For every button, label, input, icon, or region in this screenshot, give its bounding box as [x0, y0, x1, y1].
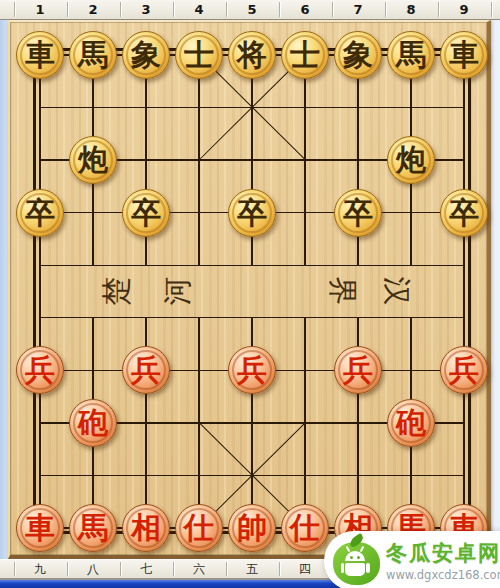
file-label-bottom: 七 [126, 560, 166, 578]
piece-red-chariot[interactable]: 車 [16, 504, 64, 552]
piece-black-cannon[interactable]: 炮 [387, 136, 435, 184]
footer-separator [279, 562, 280, 576]
piece-black-elephant[interactable]: 象 [334, 31, 382, 79]
piece-character: 仕 [184, 505, 214, 551]
header-separator [332, 2, 333, 17]
header-separator [67, 2, 68, 17]
header-separator [491, 2, 492, 17]
river-text-jie: 界 [324, 272, 362, 310]
watermark-url: www.dgxcdz168.com [386, 568, 500, 582]
footer-separator [173, 562, 174, 576]
watermark: 冬瓜安卓网 www.dgxcdz168.com [324, 531, 500, 588]
piece-character: 士 [290, 32, 320, 78]
file-label-top: 7 [338, 0, 378, 19]
footer-separator [14, 562, 15, 576]
file-label-top: 8 [391, 0, 431, 19]
piece-character: 士 [184, 32, 214, 78]
piece-red-advisor[interactable]: 仕 [175, 504, 223, 552]
file-label-bottom: 五 [232, 560, 272, 578]
piece-character: 車 [25, 505, 55, 551]
file-label-top: 5 [232, 0, 272, 19]
piece-character: 兵 [343, 347, 373, 393]
piece-character: 兵 [449, 347, 479, 393]
piece-red-soldier[interactable]: 兵 [334, 346, 382, 394]
footer-separator [226, 562, 227, 576]
piece-character: 砲 [78, 400, 108, 446]
header-separator [120, 2, 121, 17]
robot-eye-right [357, 556, 360, 559]
piece-black-general[interactable]: 将 [228, 31, 276, 79]
file-label-bottom: 八 [73, 560, 113, 578]
piece-character: 卒 [25, 190, 55, 236]
file-label-top: 3 [126, 0, 166, 19]
android-robot-icon [331, 537, 383, 587]
piece-black-soldier[interactable]: 卒 [16, 189, 64, 237]
river-text-han: 汉 [378, 272, 416, 310]
piece-character: 砲 [396, 400, 426, 446]
piece-red-soldier[interactable]: 兵 [228, 346, 276, 394]
piece-character: 象 [131, 32, 161, 78]
xiangqi-app-window: 123456789 九八七六五四三二一 楚 河 界 汉 車馬象士将士象馬車炮炮卒… [0, 0, 500, 588]
grid-line [39, 55, 40, 528]
file-label-top: 1 [20, 0, 60, 19]
piece-red-advisor[interactable]: 仕 [281, 504, 329, 552]
piece-character: 卒 [343, 190, 373, 236]
piece-character: 馬 [78, 505, 108, 551]
header-separator [385, 2, 386, 17]
header-separator [279, 2, 280, 17]
piece-red-horse[interactable]: 馬 [69, 504, 117, 552]
piece-character: 兵 [237, 347, 267, 393]
piece-red-soldier[interactable]: 兵 [16, 346, 64, 394]
piece-black-chariot[interactable]: 車 [16, 31, 64, 79]
piece-black-soldier[interactable]: 卒 [440, 189, 488, 237]
piece-red-soldier[interactable]: 兵 [440, 346, 488, 394]
file-label-top: 4 [179, 0, 219, 19]
file-label-bottom: 四 [285, 560, 325, 578]
piece-character: 相 [131, 505, 161, 551]
file-label-top: 6 [285, 0, 325, 19]
piece-character: 炮 [396, 137, 426, 183]
piece-character: 炮 [78, 137, 108, 183]
piece-character: 仕 [290, 505, 320, 551]
watermark-site-name: 冬瓜安卓网 [386, 539, 500, 567]
piece-black-soldier[interactable]: 卒 [228, 189, 276, 237]
header-separator [14, 2, 15, 17]
piece-red-soldier[interactable]: 兵 [122, 346, 170, 394]
piece-character: 馬 [78, 32, 108, 78]
footer-separator [67, 562, 68, 576]
piece-black-horse[interactable]: 馬 [387, 31, 435, 79]
file-numbers-header: 123456789 [0, 0, 500, 20]
robot-body [345, 563, 365, 576]
file-label-bottom: 六 [179, 560, 219, 578]
piece-black-soldier[interactable]: 卒 [122, 189, 170, 237]
river-text-chu: 楚 [97, 272, 135, 310]
piece-character: 卒 [449, 190, 479, 236]
file-label-bottom: 九 [20, 560, 60, 578]
footer-separator [120, 562, 121, 576]
piece-black-advisor[interactable]: 士 [281, 31, 329, 79]
piece-black-cannon[interactable]: 炮 [69, 136, 117, 184]
piece-black-advisor[interactable]: 士 [175, 31, 223, 79]
piece-black-chariot[interactable]: 車 [440, 31, 488, 79]
piece-character: 兵 [25, 347, 55, 393]
piece-black-horse[interactable]: 馬 [69, 31, 117, 79]
piece-character: 兵 [131, 347, 161, 393]
grid-line [463, 55, 464, 528]
piece-red-elephant[interactable]: 相 [122, 504, 170, 552]
river-text-he: 河 [158, 272, 196, 310]
piece-black-soldier[interactable]: 卒 [334, 189, 382, 237]
header-separator [438, 2, 439, 17]
piece-character: 象 [343, 32, 373, 78]
piece-character: 卒 [237, 190, 267, 236]
file-label-top: 9 [444, 0, 484, 19]
piece-black-elephant[interactable]: 象 [122, 31, 170, 79]
piece-character: 馬 [396, 32, 426, 78]
piece-character: 車 [449, 32, 479, 78]
piece-red-general[interactable]: 帥 [228, 504, 276, 552]
header-separator [226, 2, 227, 17]
robot-arm-right [366, 563, 370, 573]
piece-character: 将 [237, 32, 267, 78]
piece-character: 車 [25, 32, 55, 78]
piece-character: 帥 [237, 505, 267, 551]
file-label-top: 2 [73, 0, 113, 19]
piece-red-cannon[interactable]: 砲 [387, 399, 435, 447]
piece-character: 卒 [131, 190, 161, 236]
piece-red-cannon[interactable]: 砲 [69, 399, 117, 447]
robot-arm-left [341, 563, 345, 573]
header-separator [173, 2, 174, 17]
robot-eye-left [350, 556, 353, 559]
